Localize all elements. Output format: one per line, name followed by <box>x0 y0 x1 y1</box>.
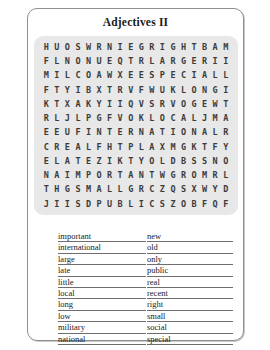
grid-cell: O <box>157 111 168 125</box>
grid-cell: M <box>73 168 84 182</box>
grid-cell: R <box>41 111 52 125</box>
grid-cell: N <box>104 40 115 54</box>
grid-cell: R <box>125 126 136 140</box>
grid-cell: L <box>83 140 94 154</box>
grid-cell: O <box>83 69 94 83</box>
grid-cell: L <box>115 183 126 197</box>
grid-cell: S <box>73 40 84 54</box>
grid-cell: S <box>189 154 200 168</box>
grid-cell: G <box>168 40 179 54</box>
grid-cell: B <box>199 40 210 54</box>
grid-cell: E <box>125 40 136 54</box>
grid-cell: I <box>157 40 168 54</box>
grid-cell: L <box>104 183 115 197</box>
grid-cell: T <box>52 83 63 97</box>
grid-cell: C <box>147 183 158 197</box>
grid-cell: T <box>157 126 168 140</box>
grid-cell: I <box>52 197 63 211</box>
grid-cell: G <box>178 140 189 154</box>
grid-cell: P <box>94 197 105 211</box>
grid-cell: L <box>210 69 221 83</box>
grid-cell: F <box>73 126 84 140</box>
grid-cell: S <box>178 183 189 197</box>
grid-cell: T <box>115 168 126 182</box>
grid-cell: L <box>147 111 158 125</box>
grid-cell: A <box>73 97 84 111</box>
grid-cell: A <box>62 154 73 168</box>
grid-cell: L <box>189 111 200 125</box>
grid-cell: U <box>94 54 105 68</box>
grid-cell: Q <box>125 97 136 111</box>
grid-cell: R <box>94 40 105 54</box>
grid-cell: L <box>210 126 221 140</box>
grid-cell: A <box>94 183 105 197</box>
word-item: real <box>147 277 233 288</box>
grid-cell: C <box>147 197 158 211</box>
grid-cell: N <box>136 126 147 140</box>
grid-cell: D <box>83 197 94 211</box>
grid-cell: I <box>136 197 147 211</box>
grid-cell: A <box>199 126 210 140</box>
word-item: local <box>58 288 146 299</box>
grid-cell: O <box>147 154 158 168</box>
grid-cell: K <box>136 111 147 125</box>
grid-cell: T <box>41 183 52 197</box>
grid-cell: O <box>73 54 84 68</box>
grid-cell: L <box>52 154 63 168</box>
grid-cell: T <box>104 126 115 140</box>
grid-cell: I <box>189 69 200 83</box>
grid-cell: I <box>73 83 84 97</box>
grid-cell: F <box>136 83 147 97</box>
grid-cell: H <box>52 183 63 197</box>
grid-cell: I <box>168 126 179 140</box>
grid-cell: W <box>157 168 168 182</box>
page-title: Adjectives II <box>28 16 243 28</box>
grid-cell: M <box>199 168 210 182</box>
grid-cell: J <box>62 111 73 125</box>
grid-cell: A <box>73 140 84 154</box>
grid-cell: C <box>41 140 52 154</box>
grid-cell: V <box>136 97 147 111</box>
grid-cell: I <box>62 168 73 182</box>
grid-cell: L <box>178 83 189 97</box>
word-item: public <box>147 265 233 276</box>
grid-cell: C <box>73 69 84 83</box>
grid-cell: H <box>104 140 115 154</box>
grid-cell: T <box>199 140 210 154</box>
grid-cell: C <box>178 69 189 83</box>
grid-cell: F <box>220 197 231 211</box>
grid-cell: F <box>210 140 221 154</box>
grid-cell: T <box>189 40 200 54</box>
grid-cell: G <box>125 183 136 197</box>
grid-cell: T <box>220 97 231 111</box>
grid-cell: G <box>178 54 189 68</box>
grid-cell: B <box>178 154 189 168</box>
grid-cell: T <box>73 154 84 168</box>
grid-cell: A <box>52 168 63 182</box>
grid-cell: R <box>199 54 210 68</box>
grid-cell: B <box>115 197 126 211</box>
word-item: small <box>147 311 233 322</box>
grid-cell: E <box>168 69 179 83</box>
grid-cell: F <box>41 54 52 68</box>
grid-cell: E <box>41 154 52 168</box>
word-item: new <box>147 231 233 242</box>
grid-cell: K <box>115 154 126 168</box>
grid-cell: M <box>83 183 94 197</box>
word-item: special <box>147 334 233 345</box>
word-item: long <box>58 299 146 310</box>
grid-cell: R <box>168 54 179 68</box>
grid-cell: F <box>199 197 210 211</box>
grid-cell: I <box>115 97 126 111</box>
grid-cell: G <box>168 168 179 182</box>
grid-cell: P <box>83 168 94 182</box>
grid-cell: W <box>210 97 221 111</box>
grid-cell: G <box>62 183 73 197</box>
grid-cell: P <box>83 111 94 125</box>
grid-cell: W <box>199 183 210 197</box>
grid-cell: M <box>168 140 179 154</box>
grid-cell: R <box>115 83 126 97</box>
grid-cell: U <box>104 197 115 211</box>
word-item: military <box>58 322 146 333</box>
grid-cell: E <box>125 69 136 83</box>
word-item: right <box>147 299 233 310</box>
grid-cell: S <box>73 197 84 211</box>
grid-cell: S <box>73 183 84 197</box>
grid-cell: E <box>41 126 52 140</box>
grid-cell: M <box>210 111 221 125</box>
grid-cell: F <box>41 83 52 97</box>
grid-cell: L <box>220 168 231 182</box>
grid-cell: N <box>199 83 210 97</box>
grid-cell: E <box>136 69 147 83</box>
grid-cell: W <box>147 83 158 97</box>
grid-cell: P <box>125 140 136 154</box>
word-item: only <box>147 254 233 265</box>
grid-cell: E <box>199 97 210 111</box>
grid-cell: R <box>136 183 147 197</box>
grid-cell: E <box>115 126 126 140</box>
grid-cell: I <box>62 197 73 211</box>
grid-cell: Z <box>157 183 168 197</box>
grid-cell: O <box>220 154 231 168</box>
grid-cell: T <box>125 54 136 68</box>
grid-cell: M <box>41 69 52 83</box>
grid-cell: R <box>210 168 221 182</box>
grid-cell: T <box>115 140 126 154</box>
grid-cell: O <box>178 97 189 111</box>
grid-cell: R <box>104 168 115 182</box>
grid-cell: N <box>189 126 200 140</box>
grid-cell: E <box>52 126 63 140</box>
grid-cell: Q <box>115 54 126 68</box>
word-item: little <box>58 277 146 288</box>
grid-cell: I <box>115 40 126 54</box>
grid-cell: I <box>220 54 231 68</box>
grid-cell: P <box>157 69 168 83</box>
grid-cell: R <box>52 140 63 154</box>
grid-cell: W <box>104 69 115 83</box>
grid-cell: Y <box>210 183 221 197</box>
grid-cell: O <box>178 126 189 140</box>
grid-cell: A <box>157 54 168 68</box>
grid-cell: S <box>157 197 168 211</box>
grid-cell: Y <box>136 154 147 168</box>
grid-cell: E <box>62 140 73 154</box>
grid-cell: I <box>104 154 115 168</box>
grid-cell: K <box>83 97 94 111</box>
grid-cell: L <box>52 111 63 125</box>
grid-cell: E <box>104 54 115 68</box>
grid-cell: D <box>220 183 231 197</box>
grid-cell: W <box>83 40 94 54</box>
grid-cell: A <box>220 111 231 125</box>
grid-cell: Q <box>210 197 221 211</box>
grid-cell: U <box>52 40 63 54</box>
grid-cell: N <box>83 54 94 68</box>
grid-cell: G <box>136 40 147 54</box>
grid-cell: Z <box>94 154 105 168</box>
grid-cell: L <box>136 140 147 154</box>
word-item: large <box>58 254 146 265</box>
grid-cell: Y <box>220 140 231 154</box>
grid-cell: U <box>157 83 168 97</box>
grid-cell: U <box>62 126 73 140</box>
grid-cell: S <box>199 154 210 168</box>
grid-cell: N <box>136 168 147 182</box>
grid-cell: L <box>125 197 136 211</box>
grid-cell: L <box>62 69 73 83</box>
grid-cell: R <box>147 40 158 54</box>
grid-cell: Z <box>168 197 179 211</box>
grid-cell: K <box>168 83 179 97</box>
grid-cell: I <box>220 83 231 97</box>
grid-cell: O <box>178 197 189 211</box>
grid-cell: I <box>52 69 63 83</box>
grid-cell: L <box>73 111 84 125</box>
grid-cell: S <box>147 69 158 83</box>
grid-cell: G <box>94 111 105 125</box>
word-item: social <box>147 322 233 333</box>
grid-cell: Y <box>62 83 73 97</box>
word-item: important <box>58 231 146 242</box>
grid-cell: O <box>94 168 105 182</box>
grid-cell: N <box>62 54 73 68</box>
word-item: national <box>58 334 146 345</box>
grid-cell: V <box>168 97 179 111</box>
wordsearch-grid: HUOSWRNIEGRIGHTBAMFLNONUEQTRLARGERIIMILC… <box>34 36 238 215</box>
grid-cell: Q <box>168 183 179 197</box>
grid-cell: L <box>157 154 168 168</box>
grid-cell: A <box>125 168 136 182</box>
grid-cell: N <box>41 168 52 182</box>
grid-cell: A <box>147 140 158 154</box>
grid-cell: N <box>210 154 221 168</box>
grid-cell: B <box>83 83 94 97</box>
grid-cell: T <box>147 168 158 182</box>
grid-cell: A <box>178 111 189 125</box>
word-item: recent <box>147 288 233 299</box>
grid-cell: E <box>83 154 94 168</box>
grid-cell: A <box>210 40 221 54</box>
word-item: old <box>147 242 233 253</box>
grid-cell: I <box>104 97 115 111</box>
grid-cell: O <box>189 168 200 182</box>
grid-cell: D <box>168 154 179 168</box>
grid-cell: I <box>83 126 94 140</box>
grid-cell: C <box>168 111 179 125</box>
worksheet-card: Adjectives II HUOSWRNIEGRIGHTBAMFLNONUEQ… <box>27 8 244 341</box>
grid-cell: V <box>125 83 136 97</box>
grid-cell: R <box>157 97 168 111</box>
grid-cell: B <box>189 197 200 211</box>
grid-cell: G <box>189 97 200 111</box>
grid-cell: K <box>41 97 52 111</box>
grid-cell: O <box>189 83 200 97</box>
word-item: low <box>58 311 146 322</box>
grid-cell: L <box>52 54 63 68</box>
grid-cell: X <box>94 83 105 97</box>
grid-cell: R <box>136 54 147 68</box>
grid-cell: L <box>220 69 231 83</box>
grid-cell: H <box>178 40 189 54</box>
grid-cell: R <box>178 168 189 182</box>
grid-cell: X <box>115 69 126 83</box>
grid-cell: I <box>210 54 221 68</box>
grid-cell: F <box>94 140 105 154</box>
grid-cell: Y <box>94 97 105 111</box>
grid-cell: A <box>147 126 158 140</box>
word-item: late <box>58 265 146 276</box>
grid-cell: H <box>41 40 52 54</box>
grid-cell: X <box>62 97 73 111</box>
grid-cell: T <box>52 97 63 111</box>
grid-cell: A <box>94 69 105 83</box>
grid-cell: S <box>147 97 158 111</box>
grid-cell: A <box>199 69 210 83</box>
grid-cell: O <box>62 40 73 54</box>
grid-cell: X <box>189 183 200 197</box>
grid-cell: T <box>104 83 115 97</box>
grid-cell: K <box>189 140 200 154</box>
grid-cell: J <box>199 111 210 125</box>
grid-cell: X <box>157 140 168 154</box>
grid-cell: T <box>125 154 136 168</box>
grid-cell: N <box>94 126 105 140</box>
grid-cell: M <box>220 40 231 54</box>
grid-cell: J <box>41 197 52 211</box>
grid-cell: R <box>220 126 231 140</box>
grid-cell: V <box>115 111 126 125</box>
grid-cell: F <box>104 111 115 125</box>
word-item: international <box>58 242 146 253</box>
grid-cell: L <box>147 54 158 68</box>
grid-cell: E <box>189 54 200 68</box>
word-list-left-column: importantinternationallargelatelittleloc… <box>58 231 146 345</box>
grid-cell: G <box>210 83 221 97</box>
word-list-right-column: newoldonlypublicrealrecentrightsmallsoci… <box>147 231 233 345</box>
grid-cell: O <box>125 111 136 125</box>
